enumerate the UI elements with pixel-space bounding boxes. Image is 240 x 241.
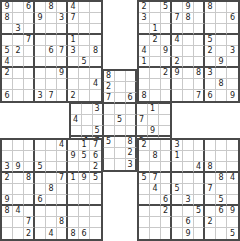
top-right-cell-r6c8[interactable]: 9 <box>216 57 227 68</box>
bottom-right-cell-r3c1[interactable] <box>139 162 150 173</box>
center-cell-r4c9[interactable] <box>159 104 170 115</box>
top-right-cell-r4c2[interactable]: 2 <box>150 35 161 46</box>
top-right-cell-r1c2[interactable] <box>150 2 161 13</box>
top-right-cell-r3c6[interactable] <box>194 24 205 35</box>
bottom-right-cell-r9c2[interactable] <box>150 228 161 239</box>
center-cell-r3c6[interactable]: 6 <box>126 93 137 104</box>
center-cell-r5c2[interactable] <box>82 115 93 126</box>
bottom-right-cell-r5c4[interactable]: 5 <box>172 184 183 195</box>
bottom-right-cell-r3c2[interactable] <box>150 162 161 173</box>
top-left-cell-r2c8[interactable] <box>79 13 90 24</box>
top-right-cell-r6c9[interactable] <box>227 57 238 68</box>
top-left-cell-r8c3[interactable] <box>24 79 35 90</box>
bottom-right-cell-r1c6[interactable] <box>194 140 205 151</box>
bottom-right-cell-r4c7[interactable] <box>205 173 216 184</box>
center-cell-r6c6[interactable] <box>126 126 137 137</box>
bottom-left-cell-r8c9[interactable] <box>90 217 101 228</box>
bottom-left-cell-r8c6[interactable]: 8 <box>57 217 68 228</box>
bottom-right-cell-r7c2[interactable] <box>150 206 161 217</box>
center-cell-r1c5[interactable] <box>115 71 126 82</box>
top-right-cell-r1c7[interactable]: 8 <box>205 2 216 13</box>
top-left-cell-r8c6[interactable] <box>57 79 68 90</box>
top-right-cell-r1c1[interactable]: 2 <box>139 2 150 13</box>
bottom-left-cell-r7c2[interactable]: 4 <box>13 206 24 217</box>
top-left-cell-r3c9[interactable] <box>90 24 101 35</box>
bottom-right-cell-r8c2[interactable] <box>150 217 161 228</box>
bottom-left-cell-r8c7[interactable] <box>68 217 79 228</box>
top-left-cell-r3c4[interactable] <box>35 24 46 35</box>
bottom-right-cell-r1c9[interactable] <box>227 140 238 151</box>
top-left-cell-r1c8[interactable] <box>79 2 90 13</box>
top-right-cell-r4c8[interactable] <box>216 35 227 46</box>
top-right-cell-r6c6[interactable] <box>194 57 205 68</box>
top-right-cell-r5c8[interactable] <box>216 46 227 57</box>
bottom-left-cell-r7c7[interactable] <box>68 206 79 217</box>
top-right-cell-r8c7[interactable] <box>205 79 216 90</box>
top-right-cell-r4c7[interactable]: 5 <box>205 35 216 46</box>
center-cell-r7c6[interactable]: 8 <box>126 137 137 148</box>
center-cell-r2c6[interactable] <box>126 82 137 93</box>
bottom-right-cell-r5c5[interactable] <box>183 184 194 195</box>
bottom-right-cell-r7c6[interactable]: 5 <box>194 206 205 217</box>
bottom-left-cell-r7c1[interactable]: 8 <box>2 206 13 217</box>
top-right-cell-r8c4[interactable] <box>172 79 183 90</box>
bottom-left-cell-r2c5[interactable] <box>46 151 57 162</box>
center-cell-r5c5[interactable]: 5 <box>115 115 126 126</box>
top-right-cell-r9c3[interactable] <box>161 90 172 101</box>
center-cell-r1c6[interactable] <box>126 71 137 82</box>
top-right-cell-r7c4[interactable]: 9 <box>172 68 183 79</box>
bottom-left-cell-r1c9[interactable]: 7 <box>90 140 101 151</box>
top-right-cell-r2c1[interactable]: 3 <box>139 13 150 24</box>
bottom-right-cell-r2c3[interactable] <box>161 151 172 162</box>
bottom-left-cell-r6c3[interactable] <box>24 195 35 206</box>
bottom-left-cell-r5c6[interactable] <box>57 184 68 195</box>
bottom-left-cell-r1c6[interactable]: 4 <box>57 140 68 151</box>
bottom-left-cell-r3c7[interactable] <box>68 162 79 173</box>
top-right-cell-r4c6[interactable] <box>194 35 205 46</box>
top-left-cell-r4c4[interactable] <box>35 35 46 46</box>
top-left-cell-r5c2[interactable]: 2 <box>13 46 24 57</box>
top-left-cell-r6c1[interactable]: 4 <box>2 57 13 68</box>
top-right-cell-r7c8[interactable] <box>216 68 227 79</box>
bottom-left-cell-r1c1[interactable] <box>2 140 13 151</box>
top-left-cell-r2c2[interactable] <box>13 13 24 24</box>
bottom-left-cell-r5c5[interactable]: 8 <box>46 184 57 195</box>
top-right-cell-r7c7[interactable]: 3 <box>205 68 216 79</box>
center-cell-r5c8[interactable] <box>148 115 159 126</box>
top-right-cell-r8c1[interactable] <box>139 79 150 90</box>
top-right-cell-r9c7[interactable]: 6 <box>205 90 216 101</box>
bottom-left-cell-r2c6[interactable] <box>57 151 68 162</box>
bottom-right-cell-r2c2[interactable]: 8 <box>150 151 161 162</box>
top-right-cell-r2c8[interactable] <box>216 13 227 24</box>
center-cell-r9c6[interactable]: 3 <box>126 159 137 170</box>
top-left-cell-r7c6[interactable]: 9 <box>57 68 68 79</box>
top-left-cell-r4c6[interactable] <box>57 35 68 46</box>
bottom-left-cell-r3c2[interactable]: 9 <box>13 162 24 173</box>
bottom-left-cell-r2c7[interactable]: 9 <box>68 151 79 162</box>
top-right-cell-r8c6[interactable] <box>194 79 205 90</box>
bottom-left-cell-r3c9[interactable]: 2 <box>90 162 101 173</box>
top-right-cell-r5c7[interactable]: 2 <box>205 46 216 57</box>
bottom-right-cell-r5c8[interactable] <box>216 184 227 195</box>
bottom-left-cell-r3c5[interactable] <box>46 162 57 173</box>
top-left-cell-r1c9[interactable] <box>90 2 101 13</box>
bottom-right-cell-r6c7[interactable] <box>205 195 216 206</box>
bottom-right-cell-r6c9[interactable] <box>227 195 238 206</box>
bottom-left-cell-r9c4[interactable] <box>35 228 46 239</box>
bottom-right-cell-r4c3[interactable] <box>161 173 172 184</box>
bottom-left-cell-r7c8[interactable] <box>79 206 90 217</box>
center-cell-r4c2[interactable] <box>82 104 93 115</box>
top-left-cell-r2c4[interactable]: 9 <box>35 13 46 24</box>
top-left-cell-r9c1[interactable]: 6 <box>2 90 13 101</box>
top-right-cell-r3c9[interactable] <box>227 24 238 35</box>
top-right-cell-r5c6[interactable] <box>194 46 205 57</box>
bottom-left-cell-r1c4[interactable] <box>35 140 46 151</box>
top-left-cell-r5c1[interactable]: 5 <box>2 46 13 57</box>
top-left-cell-r6c4[interactable] <box>35 57 46 68</box>
bottom-left-cell-r9c7[interactable]: 8 <box>68 228 79 239</box>
bottom-right-cell-r1c2[interactable] <box>150 140 161 151</box>
top-right-cell-r5c1[interactable]: 4 <box>139 46 150 57</box>
bottom-right-cell-r6c3[interactable]: 6 <box>161 195 172 206</box>
bottom-right-cell-r1c8[interactable] <box>216 140 227 151</box>
top-right-cell-r3c7[interactable] <box>205 24 216 35</box>
top-left-cell-r1c6[interactable] <box>57 2 68 13</box>
bottom-right-cell-r2c6[interactable] <box>194 151 205 162</box>
top-left-cell-r6c9[interactable] <box>90 57 101 68</box>
top-left-cell-r9c7[interactable]: 2 <box>68 90 79 101</box>
top-left-cell-r2c6[interactable]: 3 <box>57 13 68 24</box>
top-right-cell-r7c2[interactable] <box>150 68 161 79</box>
top-right-cell-r2c3[interactable] <box>161 13 172 24</box>
bottom-right-cell-r8c6[interactable] <box>194 217 205 228</box>
top-left-cell-r8c9[interactable]: 4 <box>90 79 101 90</box>
bottom-left-cell-r2c4[interactable] <box>35 151 46 162</box>
bottom-right-cell-r6c8[interactable]: 5 <box>216 195 227 206</box>
bottom-right-cell-r7c5[interactable] <box>183 206 194 217</box>
bottom-right-cell-r8c1[interactable] <box>139 217 150 228</box>
top-left-cell-r3c1[interactable] <box>2 24 13 35</box>
center-cell-r3c4[interactable]: 7 <box>104 93 115 104</box>
top-right-cell-r2c6[interactable] <box>194 13 205 24</box>
bottom-right-cell-r9c3[interactable] <box>161 228 172 239</box>
bottom-right-cell-r8c4[interactable] <box>172 217 183 228</box>
bottom-left-cell-r2c2[interactable] <box>13 151 24 162</box>
top-left-cell-r9c5[interactable]: 7 <box>46 90 57 101</box>
top-left-cell-r9c9[interactable] <box>90 90 101 101</box>
top-right-cell-r7c5[interactable] <box>183 68 194 79</box>
top-left-cell-r9c3[interactable] <box>24 90 35 101</box>
bottom-left-cell-r6c8[interactable] <box>79 195 90 206</box>
top-left-cell-r8c5[interactable] <box>46 79 57 90</box>
top-left-cell-r4c5[interactable] <box>46 35 57 46</box>
bottom-left-cell-r8c3[interactable]: 7 <box>24 217 35 228</box>
top-left-cell-r9c2[interactable] <box>13 90 24 101</box>
top-right-cell-r9c2[interactable] <box>150 90 161 101</box>
bottom-right-cell-r6c6[interactable] <box>194 195 205 206</box>
bottom-left-cell-r9c6[interactable] <box>57 228 68 239</box>
top-left-cell-r2c7[interactable]: 7 <box>68 13 79 24</box>
top-right-cell-r9c1[interactable]: 8 <box>139 90 150 101</box>
bottom-left-cell-r7c9[interactable] <box>90 206 101 217</box>
center-cell-r4c8[interactable]: 1 <box>148 104 159 115</box>
center-cell-r5c9[interactable] <box>159 115 170 126</box>
top-left-cell-r5c6[interactable]: 7 <box>57 46 68 57</box>
bottom-right-cell-r7c7[interactable] <box>205 206 216 217</box>
top-right-cell-r4c9[interactable] <box>227 35 238 46</box>
bottom-right-cell-r7c4[interactable] <box>172 206 183 217</box>
bottom-right-cell-r7c8[interactable]: 6 <box>216 206 227 217</box>
top-right-cell-r3c3[interactable] <box>161 24 172 35</box>
center-cell-r6c4[interactable] <box>104 126 115 137</box>
top-left-cell-r7c7[interactable] <box>68 68 79 79</box>
center-cell-r7c4[interactable]: 5 <box>104 137 115 148</box>
bottom-left-cell-r5c4[interactable] <box>35 184 46 195</box>
center-cell-r6c5[interactable] <box>115 126 126 137</box>
center-cell-r5c1[interactable]: 4 <box>71 115 82 126</box>
bottom-right-cell-r3c6[interactable]: 4 <box>194 162 205 173</box>
bottom-left-cell-r3c3[interactable] <box>24 162 35 173</box>
top-left-cell-r9c6[interactable] <box>57 90 68 101</box>
bottom-right-cell-r4c1[interactable]: 5 <box>139 173 150 184</box>
bottom-right-cell-r1c1[interactable]: 2 <box>139 140 150 151</box>
center-cell-r7c5[interactable] <box>115 137 126 148</box>
bottom-right-cell-r4c9[interactable]: 4 <box>227 173 238 184</box>
bottom-left-cell-r4c8[interactable]: 9 <box>79 173 90 184</box>
top-right-cell-r8c8[interactable]: 8 <box>216 79 227 90</box>
bottom-right-cell-r7c3[interactable]: 2 <box>161 206 172 217</box>
bottom-right-cell-r2c8[interactable] <box>216 151 227 162</box>
top-right-cell-r7c1[interactable] <box>139 68 150 79</box>
top-left-cell-r7c3[interactable] <box>24 68 35 79</box>
top-right-cell-r1c9[interactable] <box>227 2 238 13</box>
bottom-right-cell-r4c5[interactable] <box>183 173 194 184</box>
bottom-left-cell-r4c9[interactable]: 5 <box>90 173 101 184</box>
top-right-cell-r8c2[interactable] <box>150 79 161 90</box>
bottom-left-cell-r4c2[interactable] <box>13 173 24 184</box>
bottom-right-cell-r9c8[interactable] <box>216 228 227 239</box>
bottom-left-cell-r9c3[interactable]: 2 <box>24 228 35 239</box>
top-left-cell-r9c4[interactable]: 3 <box>35 90 46 101</box>
center-cell-r6c9[interactable] <box>159 126 170 137</box>
center-cell-r1c4[interactable]: 8 <box>104 71 115 82</box>
center-cell-r9c5[interactable] <box>115 159 126 170</box>
top-left-cell-r9c8[interactable] <box>79 90 90 101</box>
top-left-cell-r7c8[interactable] <box>79 68 90 79</box>
bottom-left-cell-r5c7[interactable] <box>68 184 79 195</box>
bottom-left-cell-r5c1[interactable] <box>2 184 13 195</box>
top-left-cell-r2c1[interactable]: 8 <box>2 13 13 24</box>
top-right-cell-r1c5[interactable]: 9 <box>183 2 194 13</box>
top-right-cell-r6c4[interactable]: 2 <box>172 57 183 68</box>
bottom-left-cell-r6c2[interactable] <box>13 195 24 206</box>
bottom-right-cell-r3c3[interactable] <box>161 162 172 173</box>
bottom-left-cell-r9c9[interactable] <box>90 228 101 239</box>
top-right-cell-r4c1[interactable] <box>139 35 150 46</box>
center-cell-r4c3[interactable]: 3 <box>93 104 104 115</box>
bottom-right-cell-r2c4[interactable]: 1 <box>172 151 183 162</box>
top-left-cell-r2c9[interactable] <box>90 13 101 24</box>
bottom-right-cell-r2c5[interactable] <box>183 151 194 162</box>
bottom-left-cell-r8c1[interactable] <box>2 217 13 228</box>
bottom-right-cell-r1c4[interactable]: 3 <box>172 140 183 151</box>
bottom-right-cell-r5c1[interactable] <box>139 184 150 195</box>
bottom-right-cell-r4c6[interactable] <box>194 173 205 184</box>
top-left-cell-r5c3[interactable] <box>24 46 35 57</box>
bottom-left-cell-r6c6[interactable] <box>57 195 68 206</box>
top-left-cell-r3c2[interactable]: 3 <box>13 24 24 35</box>
bottom-left-cell-r9c2[interactable] <box>13 228 24 239</box>
top-right-cell-r4c4[interactable]: 4 <box>172 35 183 46</box>
top-left-cell-r5c4[interactable] <box>35 46 46 57</box>
bottom-right-cell-r8c8[interactable] <box>216 217 227 228</box>
bottom-left-cell-r7c4[interactable] <box>35 206 46 217</box>
bottom-right-cell-r6c1[interactable] <box>139 195 150 206</box>
top-left-cell-r8c2[interactable] <box>13 79 24 90</box>
top-right-cell-r2c9[interactable]: 6 <box>227 13 238 24</box>
bottom-left-cell-r6c7[interactable] <box>68 195 79 206</box>
top-left-cell-r7c9[interactable] <box>90 68 101 79</box>
bottom-right-cell-r4c4[interactable] <box>172 173 183 184</box>
bottom-left-cell-r4c7[interactable]: 1 <box>68 173 79 184</box>
bottom-left-cell-r2c8[interactable]: 5 <box>79 151 90 162</box>
top-left-cell-r6c6[interactable] <box>57 57 68 68</box>
bottom-left-cell-r6c9[interactable] <box>90 195 101 206</box>
bottom-right-cell-r5c6[interactable] <box>194 184 205 195</box>
bottom-right-cell-r3c5[interactable] <box>183 162 194 173</box>
top-right-cell-r9c5[interactable] <box>183 90 194 101</box>
center-cell-r4c1[interactable] <box>71 104 82 115</box>
top-right-cell-r7c3[interactable]: 2 <box>161 68 172 79</box>
bottom-left-cell-r7c5[interactable] <box>46 206 57 217</box>
bottom-left-cell-r3c6[interactable] <box>57 162 68 173</box>
bottom-right-cell-r6c5[interactable]: 3 <box>183 195 194 206</box>
bottom-left-cell-r8c5[interactable] <box>46 217 57 228</box>
bottom-left-cell-r4c5[interactable] <box>46 173 57 184</box>
top-right-cell-r3c2[interactable]: 1 <box>150 24 161 35</box>
top-right-cell-r2c4[interactable]: 7 <box>172 13 183 24</box>
top-right-cell-r9c9[interactable]: 9 <box>227 90 238 101</box>
top-right-cell-r6c5[interactable] <box>183 57 194 68</box>
bottom-right-cell-r9c5[interactable]: 9 <box>183 228 194 239</box>
top-left-cell-r7c5[interactable] <box>46 68 57 79</box>
center-cell-r6c1[interactable] <box>71 126 82 137</box>
top-right-cell-r3c4[interactable] <box>172 24 183 35</box>
bottom-left-cell-r4c1[interactable]: 2 <box>2 173 13 184</box>
top-left-cell-r1c7[interactable]: 4 <box>68 2 79 13</box>
top-left-cell-r8c4[interactable] <box>35 79 46 90</box>
top-right-cell-r5c5[interactable] <box>183 46 194 57</box>
center-cell-r5c6[interactable] <box>126 115 137 126</box>
top-left-cell-r3c6[interactable] <box>57 24 68 35</box>
bottom-right-cell-r3c9[interactable] <box>227 162 238 173</box>
top-left-cell-r3c8[interactable] <box>79 24 90 35</box>
top-right-cell-r1c6[interactable] <box>194 2 205 13</box>
top-right-cell-r8c9[interactable] <box>227 79 238 90</box>
center-cell-r4c5[interactable] <box>115 104 126 115</box>
top-left-cell-r4c3[interactable]: 7 <box>24 35 35 46</box>
top-left-cell-r5c5[interactable]: 6 <box>46 46 57 57</box>
bottom-left-cell-r4c4[interactable] <box>35 173 46 184</box>
top-right-cell-r4c3[interactable] <box>161 35 172 46</box>
top-right-cell-r6c1[interactable]: 1 <box>139 57 150 68</box>
top-right-cell-r4c5[interactable] <box>183 35 194 46</box>
bottom-left-cell-r2c3[interactable] <box>24 151 35 162</box>
center-cell-r8c4[interactable] <box>104 148 115 159</box>
top-left-cell-r2c5[interactable] <box>46 13 57 24</box>
top-left-cell-r2c3[interactable] <box>24 13 35 24</box>
top-right-cell-r2c7[interactable] <box>205 13 216 24</box>
bottom-left-cell-r4c6[interactable]: 7 <box>57 173 68 184</box>
top-left-cell-r1c1[interactable]: 9 <box>2 2 13 13</box>
top-right-cell-r9c4[interactable] <box>172 90 183 101</box>
top-right-cell-r7c6[interactable]: 8 <box>194 68 205 79</box>
top-right-cell-r2c5[interactable]: 8 <box>183 13 194 24</box>
bottom-left-cell-r4c3[interactable]: 8 <box>24 173 35 184</box>
top-left-cell-r6c5[interactable] <box>46 57 57 68</box>
bottom-right-cell-r5c2[interactable]: 4 <box>150 184 161 195</box>
top-left-cell-r3c5[interactable] <box>46 24 57 35</box>
bottom-left-cell-r6c1[interactable]: 9 <box>2 195 13 206</box>
bottom-left-cell-r1c8[interactable]: 1 <box>79 140 90 151</box>
bottom-left-cell-r5c2[interactable] <box>13 184 24 195</box>
top-left-cell-r1c3[interactable]: 6 <box>24 2 35 13</box>
bottom-right-cell-r3c7[interactable]: 8 <box>205 162 216 173</box>
bottom-right-cell-r1c3[interactable] <box>161 140 172 151</box>
top-left-cell-r8c7[interactable] <box>68 79 79 90</box>
top-right-cell-r5c3[interactable]: 9 <box>161 46 172 57</box>
bottom-right-cell-r3c8[interactable] <box>216 162 227 173</box>
bottom-left-cell-r6c5[interactable] <box>46 195 57 206</box>
top-left-cell-r4c9[interactable] <box>90 35 101 46</box>
center-cell-r3c5[interactable] <box>115 93 126 104</box>
bottom-right-cell-r7c9[interactable]: 9 <box>227 206 238 217</box>
top-right-cell-r5c9[interactable]: 3 <box>227 46 238 57</box>
bottom-left-cell-r8c2[interactable] <box>13 217 24 228</box>
bottom-left-cell-r2c9[interactable]: 6 <box>90 151 101 162</box>
center-cell-r4c7[interactable] <box>137 104 148 115</box>
bottom-right-cell-r5c3[interactable] <box>161 184 172 195</box>
bottom-right-cell-r2c1[interactable] <box>139 151 150 162</box>
center-cell-r6c3[interactable]: 5 <box>93 126 104 137</box>
top-left-cell-r1c5[interactable]: 8 <box>46 2 57 13</box>
top-left-cell-r1c2[interactable] <box>13 2 24 13</box>
top-right-cell-r1c8[interactable] <box>216 2 227 13</box>
top-right-cell-r3c5[interactable] <box>183 24 194 35</box>
top-right-cell-r3c8[interactable] <box>216 24 227 35</box>
bottom-right-cell-r7c1[interactable] <box>139 206 150 217</box>
bottom-right-cell-r6c2[interactable] <box>150 195 161 206</box>
bottom-right-cell-r5c7[interactable]: 7 <box>205 184 216 195</box>
bottom-right-cell-r9c6[interactable] <box>194 228 205 239</box>
center-cell-r5c3[interactable] <box>93 115 104 126</box>
bottom-left-cell-r2c1[interactable] <box>2 151 13 162</box>
bottom-left-cell-r3c8[interactable] <box>79 162 90 173</box>
bottom-left-cell-r1c5[interactable] <box>46 140 57 151</box>
bottom-left-cell-r6c4[interactable]: 6 <box>35 195 46 206</box>
bottom-left-cell-r3c4[interactable]: 5 <box>35 162 46 173</box>
top-left-cell-r6c2[interactable] <box>13 57 24 68</box>
top-right-cell-r5c2[interactable] <box>150 46 161 57</box>
bottom-left-cell-r1c2[interactable] <box>13 140 24 151</box>
center-cell-r6c7[interactable] <box>137 126 148 137</box>
top-left-cell-r5c8[interactable] <box>79 46 90 57</box>
center-cell-r6c2[interactable] <box>82 126 93 137</box>
bottom-left-cell-r7c3[interactable] <box>24 206 35 217</box>
